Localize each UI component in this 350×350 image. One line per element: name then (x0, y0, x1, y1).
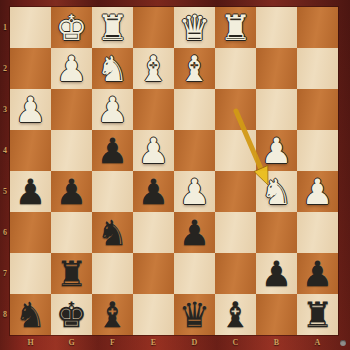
square-e1[interactable] (133, 7, 174, 48)
white-pawn-h3[interactable]: ♟ (10, 89, 51, 130)
square-b5[interactable]: ♞ (256, 171, 297, 212)
square-h4[interactable] (10, 130, 51, 171)
square-g8[interactable]: ♚ (51, 294, 92, 335)
square-a8[interactable]: ♜ (297, 294, 338, 335)
square-a1[interactable] (297, 7, 338, 48)
white-bishop-d2[interactable]: ♝ (174, 48, 215, 89)
black-bishop-c8[interactable]: ♝ (215, 294, 256, 335)
square-c6[interactable] (215, 212, 256, 253)
white-pawn-d5[interactable]: ♟ (174, 171, 215, 212)
square-h6[interactable] (10, 212, 51, 253)
square-g7[interactable]: ♜ (51, 253, 92, 294)
white-bishop-e2[interactable]: ♝ (133, 48, 174, 89)
white-pawn-b4[interactable]: ♟ (256, 130, 297, 171)
square-h2[interactable] (10, 48, 51, 89)
square-c7[interactable] (215, 253, 256, 294)
black-pawn-h5[interactable]: ♟ (10, 171, 51, 212)
white-rook-c1[interactable]: ♜ (215, 7, 256, 48)
rank-labels: 12345678 (0, 7, 10, 335)
file-label-g: G (51, 335, 92, 350)
black-rook-a8[interactable]: ♜ (297, 294, 338, 335)
rank-label-1: 1 (0, 7, 10, 48)
rank-label-7: 7 (0, 253, 10, 294)
square-c2[interactable] (215, 48, 256, 89)
square-f2[interactable]: ♞ (92, 48, 133, 89)
square-b2[interactable] (256, 48, 297, 89)
square-h5[interactable]: ♟ (10, 171, 51, 212)
square-h1[interactable] (10, 7, 51, 48)
square-d3[interactable] (174, 89, 215, 130)
black-pawn-d6[interactable]: ♟ (174, 212, 215, 253)
square-g3[interactable] (51, 89, 92, 130)
square-d2[interactable]: ♝ (174, 48, 215, 89)
white-knight-f2[interactable]: ♞ (92, 48, 133, 89)
white-king-g1[interactable]: ♚ (51, 7, 92, 48)
square-d7[interactable] (174, 253, 215, 294)
rank-label-5: 5 (0, 171, 10, 212)
square-e5[interactable]: ♟ (133, 171, 174, 212)
square-b6[interactable] (256, 212, 297, 253)
chess-board-frame: 12345678 ♚♜♛♜♟♞♝♝♟♟♟♟♟♟♟♟♟♞♟♞♟♜♟♟♞♚♝♛♝♜ … (0, 0, 350, 350)
rank-label-4: 4 (0, 130, 10, 171)
square-b8[interactable] (256, 294, 297, 335)
square-f6[interactable]: ♞ (92, 212, 133, 253)
square-c3[interactable] (215, 89, 256, 130)
square-b3[interactable] (256, 89, 297, 130)
square-c8[interactable]: ♝ (215, 294, 256, 335)
black-queen-d8[interactable]: ♛ (174, 294, 215, 335)
square-g2[interactable]: ♟ (51, 48, 92, 89)
black-bishop-f8[interactable]: ♝ (92, 294, 133, 335)
square-h3[interactable]: ♟ (10, 89, 51, 130)
black-rook-g7[interactable]: ♜ (51, 253, 92, 294)
square-a2[interactable] (297, 48, 338, 89)
black-pawn-b7[interactable]: ♟ (256, 253, 297, 294)
rank-label-8: 8 (0, 294, 10, 335)
rank-label-6: 6 (0, 212, 10, 253)
square-d4[interactable] (174, 130, 215, 171)
square-g1[interactable]: ♚ (51, 7, 92, 48)
square-a6[interactable] (297, 212, 338, 253)
white-queen-d1[interactable]: ♛ (174, 7, 215, 48)
square-e7[interactable] (133, 253, 174, 294)
rank-label-2: 2 (0, 48, 10, 89)
square-d1[interactable]: ♛ (174, 7, 215, 48)
square-b4[interactable]: ♟ (256, 130, 297, 171)
square-c4[interactable] (215, 130, 256, 171)
black-pawn-f4[interactable]: ♟ (92, 130, 133, 171)
white-pawn-a5[interactable]: ♟ (297, 171, 338, 212)
square-e6[interactable] (133, 212, 174, 253)
black-pawn-e5[interactable]: ♟ (133, 171, 174, 212)
black-knight-f6[interactable]: ♞ (92, 212, 133, 253)
black-king-g8[interactable]: ♚ (51, 294, 92, 335)
square-g6[interactable] (51, 212, 92, 253)
white-pawn-f3[interactable]: ♟ (92, 89, 133, 130)
square-g4[interactable] (51, 130, 92, 171)
square-e2[interactable]: ♝ (133, 48, 174, 89)
file-label-d: D (174, 335, 215, 350)
chess-board: ♚♜♛♜♟♞♝♝♟♟♟♟♟♟♟♟♟♞♟♞♟♜♟♟♞♚♝♛♝♜ (10, 7, 338, 335)
file-label-f: F (92, 335, 133, 350)
white-rook-f1[interactable]: ♜ (92, 7, 133, 48)
square-c1[interactable]: ♜ (215, 7, 256, 48)
square-b1[interactable] (256, 7, 297, 48)
file-label-b: B (256, 335, 297, 350)
square-f4[interactable]: ♟ (92, 130, 133, 171)
square-a5[interactable]: ♟ (297, 171, 338, 212)
square-h7[interactable] (10, 253, 51, 294)
square-b7[interactable]: ♟ (256, 253, 297, 294)
square-f5[interactable] (92, 171, 133, 212)
corner-dot (340, 340, 346, 346)
square-d6[interactable]: ♟ (174, 212, 215, 253)
square-g5[interactable]: ♟ (51, 171, 92, 212)
square-d8[interactable]: ♛ (174, 294, 215, 335)
file-label-e: E (133, 335, 174, 350)
square-e8[interactable] (133, 294, 174, 335)
file-label-h: H (10, 335, 51, 350)
square-e4[interactable]: ♟ (133, 130, 174, 171)
square-d5[interactable]: ♟ (174, 171, 215, 212)
white-knight-b5[interactable]: ♞ (256, 171, 297, 212)
white-pawn-e4[interactable]: ♟ (133, 130, 174, 171)
white-pawn-g2[interactable]: ♟ (51, 48, 92, 89)
black-pawn-g5[interactable]: ♟ (51, 171, 92, 212)
square-a7[interactable]: ♟ (297, 253, 338, 294)
file-label-c: C (215, 335, 256, 350)
square-c5[interactable] (215, 171, 256, 212)
square-a4[interactable] (297, 130, 338, 171)
file-label-a: A (297, 335, 338, 350)
square-f3[interactable]: ♟ (92, 89, 133, 130)
black-knight-h8[interactable]: ♞ (10, 294, 51, 335)
square-e3[interactable] (133, 89, 174, 130)
square-f8[interactable]: ♝ (92, 294, 133, 335)
black-pawn-a7[interactable]: ♟ (297, 253, 338, 294)
square-a3[interactable] (297, 89, 338, 130)
square-h8[interactable]: ♞ (10, 294, 51, 335)
file-labels: HGFEDCBA (10, 335, 338, 350)
rank-label-3: 3 (0, 89, 10, 130)
square-f1[interactable]: ♜ (92, 7, 133, 48)
square-f7[interactable] (92, 253, 133, 294)
